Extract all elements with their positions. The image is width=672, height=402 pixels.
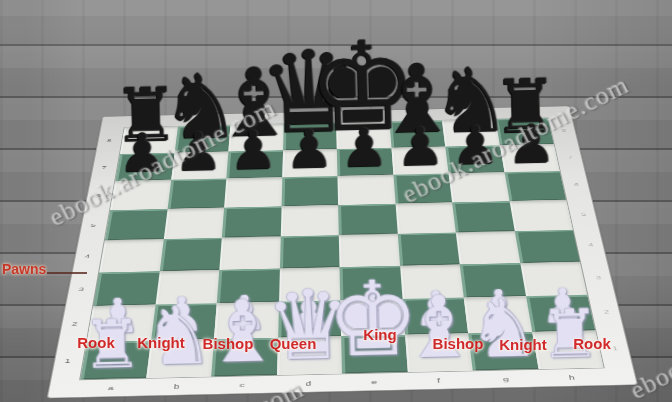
square-a4[interactable] xyxy=(99,239,163,272)
piece-name-label-4-queen: Queen xyxy=(270,335,317,352)
rank-label-3-left: 3 xyxy=(78,286,84,292)
black-pawn-piece[interactable]: ♟ xyxy=(285,122,334,176)
square-c7[interactable]: ♟ xyxy=(226,150,282,179)
square-h6[interactable] xyxy=(504,171,566,201)
rank-label-2-right: 2 xyxy=(603,309,610,315)
rank-label-5-left: 5 xyxy=(90,222,96,227)
piece-name-label-5-king: King xyxy=(363,326,396,343)
square-e7[interactable]: ♟ xyxy=(337,148,393,177)
piece-name-label-8-rook: Rook xyxy=(573,335,611,352)
file-label-h-bottom: h xyxy=(568,374,575,381)
square-f5[interactable] xyxy=(395,202,456,233)
file-label-f-bottom: f xyxy=(437,377,440,384)
rank-label-7-left: 7 xyxy=(101,165,107,170)
square-g4[interactable] xyxy=(456,231,520,264)
square-d6[interactable] xyxy=(281,176,338,206)
square-d7[interactable]: ♟ xyxy=(282,149,338,178)
pawns-pointer-line xyxy=(47,272,87,274)
file-label-d-bottom: d xyxy=(306,380,312,387)
square-a5[interactable] xyxy=(105,209,167,241)
square-b5[interactable] xyxy=(163,207,224,239)
rank-label-1-right: 1 xyxy=(612,345,619,352)
file-label-g-bottom: g xyxy=(503,376,510,383)
rank-label-4-right: 4 xyxy=(588,242,594,248)
piece-name-label-3-bishop: Bishop xyxy=(203,335,254,352)
rank-label-4-left: 4 xyxy=(84,253,90,259)
rank-label-8-left: 8 xyxy=(106,138,111,143)
file-label-e-bottom: e xyxy=(371,379,377,386)
pawns-label: Pawns xyxy=(2,261,46,277)
square-e6[interactable] xyxy=(337,175,395,205)
square-h5[interactable] xyxy=(509,200,573,231)
piece-name-label-1-rook: Rook xyxy=(77,334,115,351)
piece-name-label-7-knight: Knight xyxy=(499,336,546,353)
piece-name-label-2-knight: Knight xyxy=(137,334,184,351)
rank-label-1-left: 1 xyxy=(64,357,71,364)
square-g5[interactable] xyxy=(452,201,514,232)
square-c5[interactable] xyxy=(222,206,281,238)
rank-label-6-right: 6 xyxy=(574,182,580,187)
file-label-a-bottom: a xyxy=(107,385,114,392)
piece-name-label-6-bishop: Bishop xyxy=(433,335,484,352)
square-h4[interactable] xyxy=(514,230,580,263)
square-e5[interactable] xyxy=(338,203,397,234)
square-b4[interactable] xyxy=(159,238,222,271)
square-d5[interactable] xyxy=(280,205,338,237)
file-label-c-bottom: c xyxy=(240,382,245,389)
rank-label-3-right: 3 xyxy=(595,274,602,280)
square-b6[interactable] xyxy=(167,179,226,209)
rank-label-2-left: 2 xyxy=(71,321,78,327)
white-bishop-piece[interactable]: ♝ xyxy=(400,284,478,371)
file-label-b-bottom: b xyxy=(173,383,179,390)
rank-label-5-right: 5 xyxy=(581,211,587,216)
square-c6[interactable] xyxy=(224,177,282,207)
black-pawn-piece[interactable]: ♟ xyxy=(340,121,389,175)
board-frame: ♜♞♝♛♚♝♞♜♟♟♟♟♟♟♟♟♟♟♟♟♟♟♟♟♜♞♝♛♚♝♞♜ aabbccd… xyxy=(48,106,637,397)
square-c4[interactable] xyxy=(219,236,280,269)
white-knight-piece[interactable]: ♞ xyxy=(467,287,541,369)
rank-label-7-right: 7 xyxy=(567,154,573,159)
